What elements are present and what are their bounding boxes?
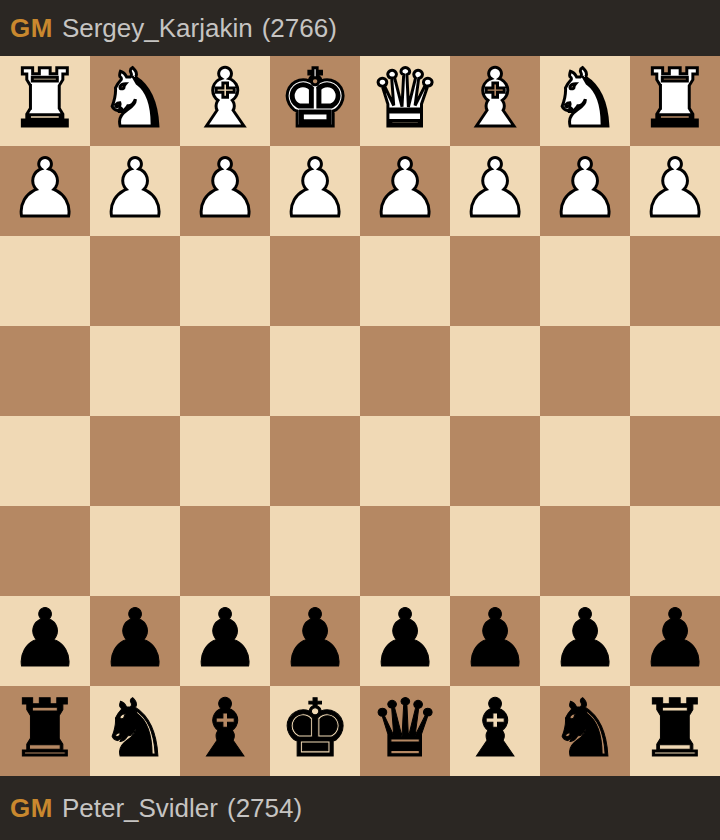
piece-black-bishop[interactable]: ♝: [459, 689, 531, 769]
piece-black-knight[interactable]: ♞: [99, 689, 171, 769]
player-title-bottom: GM: [10, 793, 53, 824]
square-c5[interactable]: [450, 416, 540, 506]
square-d7[interactable]: ♟: [360, 596, 450, 686]
square-b6[interactable]: [540, 506, 630, 596]
square-g2[interactable]: ♟: [90, 146, 180, 236]
piece-white-pawn[interactable]: ♟: [459, 149, 531, 229]
square-f4[interactable]: [180, 326, 270, 416]
piece-black-queen[interactable]: ♛: [369, 689, 441, 769]
square-d3[interactable]: [360, 236, 450, 326]
piece-white-rook[interactable]: ♜: [639, 59, 711, 139]
square-g4[interactable]: [90, 326, 180, 416]
square-c4[interactable]: [450, 326, 540, 416]
piece-black-pawn[interactable]: ♟: [99, 599, 171, 679]
square-c7[interactable]: ♟: [450, 596, 540, 686]
piece-white-knight[interactable]: ♞: [549, 59, 621, 139]
piece-black-king[interactable]: ♚: [279, 689, 351, 769]
square-b5[interactable]: [540, 416, 630, 506]
piece-white-knight[interactable]: ♞: [99, 59, 171, 139]
square-f2[interactable]: ♟: [180, 146, 270, 236]
square-f7[interactable]: ♟: [180, 596, 270, 686]
piece-white-rook[interactable]: ♜: [9, 59, 81, 139]
square-a6[interactable]: [630, 506, 720, 596]
player-bar-top: GM Sergey_Karjakin (2766): [0, 0, 720, 56]
square-b3[interactable]: [540, 236, 630, 326]
square-a3[interactable]: [630, 236, 720, 326]
piece-black-rook[interactable]: ♜: [639, 689, 711, 769]
piece-white-pawn[interactable]: ♟: [369, 149, 441, 229]
square-e7[interactable]: ♟: [270, 596, 360, 686]
piece-black-pawn[interactable]: ♟: [459, 599, 531, 679]
square-e2[interactable]: ♟: [270, 146, 360, 236]
piece-white-bishop[interactable]: ♝: [459, 59, 531, 139]
square-f5[interactable]: [180, 416, 270, 506]
square-a8[interactable]: ♜: [630, 686, 720, 776]
piece-white-pawn[interactable]: ♟: [99, 149, 171, 229]
chess-game-screen: GM Sergey_Karjakin (2766) ♜♞♝♚♛♝♞♜♟♟♟♟♟♟…: [0, 0, 720, 840]
square-g6[interactable]: [90, 506, 180, 596]
square-h5[interactable]: [0, 416, 90, 506]
player-name-bottom: Peter_Svidler: [62, 793, 218, 824]
square-g5[interactable]: [90, 416, 180, 506]
square-d5[interactable]: [360, 416, 450, 506]
square-f8[interactable]: ♝: [180, 686, 270, 776]
piece-white-pawn[interactable]: ♟: [549, 149, 621, 229]
square-e1[interactable]: ♚: [270, 56, 360, 146]
square-c3[interactable]: [450, 236, 540, 326]
square-d1[interactable]: ♛: [360, 56, 450, 146]
square-g3[interactable]: [90, 236, 180, 326]
piece-black-pawn[interactable]: ♟: [189, 599, 261, 679]
player-bar-bottom: GM Peter_Svidler (2754): [0, 776, 720, 840]
square-b4[interactable]: [540, 326, 630, 416]
square-g7[interactable]: ♟: [90, 596, 180, 686]
square-h7[interactable]: ♟: [0, 596, 90, 686]
piece-white-pawn[interactable]: ♟: [189, 149, 261, 229]
piece-white-pawn[interactable]: ♟: [639, 149, 711, 229]
square-b1[interactable]: ♞: [540, 56, 630, 146]
square-e3[interactable]: [270, 236, 360, 326]
chess-board: ♜♞♝♚♛♝♞♜♟♟♟♟♟♟♟♟♟♟♟♟♟♟♟♟♜♞♝♚♛♝♞♜: [0, 56, 720, 776]
piece-black-pawn[interactable]: ♟: [639, 599, 711, 679]
piece-black-bishop[interactable]: ♝: [189, 689, 261, 769]
piece-white-king[interactable]: ♚: [279, 59, 351, 139]
player-rating-bottom: (2754): [227, 793, 302, 824]
square-b7[interactable]: ♟: [540, 596, 630, 686]
square-h8[interactable]: ♜: [0, 686, 90, 776]
piece-black-rook[interactable]: ♜: [9, 689, 81, 769]
square-f3[interactable]: [180, 236, 270, 326]
square-f1[interactable]: ♝: [180, 56, 270, 146]
square-g1[interactable]: ♞: [90, 56, 180, 146]
square-h2[interactable]: ♟: [0, 146, 90, 236]
square-a2[interactable]: ♟: [630, 146, 720, 236]
square-d4[interactable]: [360, 326, 450, 416]
square-c6[interactable]: [450, 506, 540, 596]
piece-white-bishop[interactable]: ♝: [189, 59, 261, 139]
square-e5[interactable]: [270, 416, 360, 506]
square-d6[interactable]: [360, 506, 450, 596]
square-c2[interactable]: ♟: [450, 146, 540, 236]
square-c1[interactable]: ♝: [450, 56, 540, 146]
square-e6[interactable]: [270, 506, 360, 596]
square-h6[interactable]: [0, 506, 90, 596]
piece-black-pawn[interactable]: ♟: [549, 599, 621, 679]
square-g8[interactable]: ♞: [90, 686, 180, 776]
square-a1[interactable]: ♜: [630, 56, 720, 146]
piece-white-pawn[interactable]: ♟: [9, 149, 81, 229]
player-name-top: Sergey_Karjakin: [62, 13, 253, 44]
square-h4[interactable]: [0, 326, 90, 416]
player-title-top: GM: [10, 13, 53, 44]
square-h1[interactable]: ♜: [0, 56, 90, 146]
square-c8[interactable]: ♝: [450, 686, 540, 776]
piece-black-knight[interactable]: ♞: [549, 689, 621, 769]
piece-white-pawn[interactable]: ♟: [279, 149, 351, 229]
square-d2[interactable]: ♟: [360, 146, 450, 236]
square-f6[interactable]: [180, 506, 270, 596]
square-e4[interactable]: [270, 326, 360, 416]
square-a4[interactable]: [630, 326, 720, 416]
square-b8[interactable]: ♞: [540, 686, 630, 776]
piece-black-pawn[interactable]: ♟: [369, 599, 441, 679]
piece-black-pawn[interactable]: ♟: [279, 599, 351, 679]
piece-white-queen[interactable]: ♛: [369, 59, 441, 139]
square-a5[interactable]: [630, 416, 720, 506]
square-e8[interactable]: ♚: [270, 686, 360, 776]
square-h3[interactable]: [0, 236, 90, 326]
square-b2[interactable]: ♟: [540, 146, 630, 236]
piece-black-pawn[interactable]: ♟: [9, 599, 81, 679]
square-d8[interactable]: ♛: [360, 686, 450, 776]
square-a7[interactable]: ♟: [630, 596, 720, 686]
player-rating-top: (2766): [262, 13, 337, 44]
